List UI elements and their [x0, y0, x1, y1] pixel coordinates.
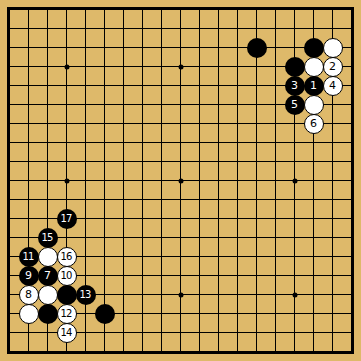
- stone-white[interactable]: [304, 95, 324, 115]
- stone-black-move-9[interactable]: 9: [19, 266, 39, 286]
- move-number-label: 10: [60, 271, 71, 281]
- stone-white-move-6[interactable]: 6: [304, 114, 324, 134]
- move-number-label: 6: [310, 118, 317, 129]
- stone-black-move-3[interactable]: 3: [285, 76, 305, 96]
- stone-black[interactable]: [95, 304, 115, 324]
- stone-black-move-5[interactable]: 5: [285, 95, 305, 115]
- move-number-label: 3: [291, 80, 298, 91]
- stone-white-move-12[interactable]: 12: [57, 304, 77, 324]
- go-board[interactable]: 2314561715111697108131214: [9, 9, 352, 352]
- hoshi-star-point: [292, 178, 297, 183]
- stone-black[interactable]: [57, 285, 77, 305]
- stone-white[interactable]: [38, 285, 58, 305]
- stone-white[interactable]: [304, 57, 324, 77]
- stone-black-move-13[interactable]: 13: [76, 285, 96, 305]
- stone-white[interactable]: [323, 38, 343, 58]
- move-number-label: 11: [22, 252, 33, 262]
- go-diagram: 2314561715111697108131214: [0, 0, 361, 361]
- hoshi-star-point: [64, 178, 69, 183]
- stone-black-move-1[interactable]: 1: [304, 76, 324, 96]
- move-number-label: 13: [79, 290, 90, 300]
- stone-black-move-11[interactable]: 11: [19, 247, 39, 267]
- hoshi-star-point: [178, 292, 183, 297]
- stone-black-move-17[interactable]: 17: [57, 209, 77, 229]
- stone-white-move-8[interactable]: 8: [19, 285, 39, 305]
- move-number-label: 17: [60, 214, 71, 224]
- stone-white-move-14[interactable]: 14: [57, 323, 77, 343]
- stone-black[interactable]: [285, 57, 305, 77]
- move-number-label: 7: [44, 270, 51, 281]
- stone-black[interactable]: [38, 304, 58, 324]
- move-number-label: 16: [60, 252, 71, 262]
- move-number-label: 1: [310, 80, 317, 91]
- move-number-label: 15: [41, 233, 52, 243]
- stone-black-move-7[interactable]: 7: [38, 266, 58, 286]
- stone-white-move-10[interactable]: 10: [57, 266, 77, 286]
- hoshi-star-point: [64, 64, 69, 69]
- hoshi-star-point: [292, 292, 297, 297]
- move-number-label: 9: [25, 270, 32, 281]
- move-number-label: 5: [291, 99, 298, 110]
- hoshi-star-point: [178, 64, 183, 69]
- move-number-label: 14: [60, 328, 71, 338]
- stone-black[interactable]: [304, 38, 324, 58]
- move-number-label: 2: [329, 61, 336, 72]
- stone-black[interactable]: [247, 38, 267, 58]
- stone-white-move-4[interactable]: 4: [323, 76, 343, 96]
- stone-white[interactable]: [38, 247, 58, 267]
- move-number-label: 8: [25, 289, 32, 300]
- stone-white-move-16[interactable]: 16: [57, 247, 77, 267]
- stone-white-move-2[interactable]: 2: [323, 57, 343, 77]
- stone-white[interactable]: [19, 304, 39, 324]
- hoshi-star-point: [178, 178, 183, 183]
- move-number-label: 4: [329, 80, 336, 91]
- stone-black-move-15[interactable]: 15: [38, 228, 58, 248]
- move-number-label: 12: [60, 309, 71, 319]
